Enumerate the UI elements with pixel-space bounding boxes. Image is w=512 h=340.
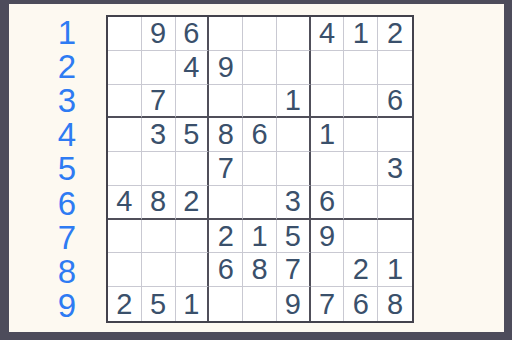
cell-r2c4[interactable]: 9: [209, 51, 243, 85]
row-label-7: 7: [39, 220, 95, 254]
cell-r7c8[interactable]: [344, 220, 378, 254]
cell-r1c7[interactable]: 4: [311, 17, 345, 51]
cell-r4c7[interactable]: 1: [311, 118, 345, 152]
cell-r9c5[interactable]: [243, 287, 277, 321]
cell-r5c4[interactable]: 7: [209, 152, 243, 186]
cell-r1c5[interactable]: [243, 17, 277, 51]
cell-r6c4[interactable]: [209, 186, 243, 220]
cell-r5c9[interactable]: 3: [378, 152, 412, 186]
cell-r3c7[interactable]: [311, 85, 345, 119]
cell-r8c7[interactable]: [311, 253, 345, 287]
cell-r8c8[interactable]: 2: [344, 253, 378, 287]
cell-r5c1[interactable]: [108, 152, 142, 186]
cell-r2c3[interactable]: 4: [176, 51, 210, 85]
cell-r1c3[interactable]: 6: [176, 17, 210, 51]
row-label-2: 2: [39, 49, 95, 83]
cell-r4c6[interactable]: [277, 118, 311, 152]
cell-r1c8[interactable]: 1: [344, 17, 378, 51]
cell-r8c4[interactable]: 6: [209, 253, 243, 287]
cell-r6c6[interactable]: 3: [277, 186, 311, 220]
cell-r6c9[interactable]: [378, 186, 412, 220]
row-label-3: 3: [39, 83, 95, 117]
app-frame: 123456789 964124971635861734823621596872…: [0, 0, 512, 340]
cell-r5c3[interactable]: [176, 152, 210, 186]
cell-r7c4[interactable]: 2: [209, 220, 243, 254]
cell-r8c6[interactable]: 7: [277, 253, 311, 287]
cell-r1c4[interactable]: [209, 17, 243, 51]
cell-r8c9[interactable]: 1: [378, 253, 412, 287]
cell-r6c8[interactable]: [344, 186, 378, 220]
cell-r6c3[interactable]: 2: [176, 186, 210, 220]
cell-r8c2[interactable]: [142, 253, 176, 287]
cell-r3c3[interactable]: [176, 85, 210, 119]
cell-r5c7[interactable]: [311, 152, 345, 186]
cell-r3c6[interactable]: 1: [277, 85, 311, 119]
cell-r7c2[interactable]: [142, 220, 176, 254]
cell-r4c8[interactable]: [344, 118, 378, 152]
cell-r2c7[interactable]: [311, 51, 345, 85]
cell-r5c8[interactable]: [344, 152, 378, 186]
cell-r3c4[interactable]: [209, 85, 243, 119]
cell-r5c5[interactable]: [243, 152, 277, 186]
row-label-1: 1: [39, 15, 95, 49]
cell-r1c9[interactable]: 2: [378, 17, 412, 51]
cell-r6c7[interactable]: 6: [311, 186, 345, 220]
cell-r4c2[interactable]: 3: [142, 118, 176, 152]
cell-r9c2[interactable]: 5: [142, 287, 176, 321]
cell-r9c7[interactable]: 7: [311, 287, 345, 321]
cell-r2c8[interactable]: [344, 51, 378, 85]
cell-r8c1[interactable]: [108, 253, 142, 287]
cell-r1c2[interactable]: 9: [142, 17, 176, 51]
cell-r9c6[interactable]: 9: [277, 287, 311, 321]
cell-r4c4[interactable]: 8: [209, 118, 243, 152]
cell-r2c9[interactable]: [378, 51, 412, 85]
cell-r1c6[interactable]: [277, 17, 311, 51]
cell-r2c2[interactable]: [142, 51, 176, 85]
row-label-8: 8: [39, 255, 95, 289]
cell-r6c1[interactable]: 4: [108, 186, 142, 220]
row-label-6: 6: [39, 186, 95, 220]
cell-r7c9[interactable]: [378, 220, 412, 254]
cell-r9c1[interactable]: 2: [108, 287, 142, 321]
cell-r2c5[interactable]: [243, 51, 277, 85]
cell-r9c3[interactable]: 1: [176, 287, 210, 321]
cell-r4c5[interactable]: 6: [243, 118, 277, 152]
cell-r8c3[interactable]: [176, 253, 210, 287]
cell-r5c2[interactable]: [142, 152, 176, 186]
cell-r1c1[interactable]: [108, 17, 142, 51]
row-label-9: 9: [39, 289, 95, 323]
cell-r7c5[interactable]: 1: [243, 220, 277, 254]
cell-r2c6[interactable]: [277, 51, 311, 85]
cell-r4c9[interactable]: [378, 118, 412, 152]
row-labels: 123456789: [39, 15, 95, 323]
cell-r4c3[interactable]: 5: [176, 118, 210, 152]
cell-r5c6[interactable]: [277, 152, 311, 186]
cell-r7c3[interactable]: [176, 220, 210, 254]
cell-r9c8[interactable]: 6: [344, 287, 378, 321]
cell-r9c4[interactable]: [209, 287, 243, 321]
cell-r3c5[interactable]: [243, 85, 277, 119]
cell-r9c9[interactable]: 8: [378, 287, 412, 321]
cell-r8c5[interactable]: 8: [243, 253, 277, 287]
row-label-5: 5: [39, 152, 95, 186]
cell-r3c8[interactable]: [344, 85, 378, 119]
cell-r7c7[interactable]: 9: [311, 220, 345, 254]
cell-r3c9[interactable]: 6: [378, 85, 412, 119]
cell-r6c2[interactable]: 8: [142, 186, 176, 220]
sudoku-board: 96412497163586173482362159687212519768: [106, 15, 414, 323]
cell-r4c1[interactable]: [108, 118, 142, 152]
cell-r3c2[interactable]: 7: [142, 85, 176, 119]
row-label-4: 4: [39, 118, 95, 152]
cell-r2c1[interactable]: [108, 51, 142, 85]
cell-r6c5[interactable]: [243, 186, 277, 220]
cell-r7c1[interactable]: [108, 220, 142, 254]
cell-r3c1[interactable]: [108, 85, 142, 119]
cell-r7c6[interactable]: 5: [277, 220, 311, 254]
